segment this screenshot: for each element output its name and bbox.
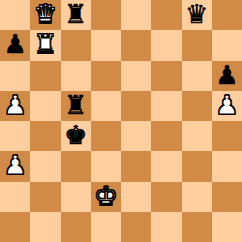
square-c1[interactable] xyxy=(61,212,91,242)
square-f6[interactable] xyxy=(151,61,181,91)
square-a8[interactable] xyxy=(0,0,30,30)
square-d2[interactable]: ♚ xyxy=(91,182,121,212)
square-g6[interactable] xyxy=(182,61,212,91)
square-h2[interactable] xyxy=(212,182,242,212)
square-a1[interactable] xyxy=(0,212,30,242)
square-f3[interactable] xyxy=(151,151,181,181)
piece-white-rook[interactable]: ♜ xyxy=(34,31,57,57)
square-b4[interactable] xyxy=(30,121,60,151)
square-d4[interactable] xyxy=(91,121,121,151)
square-f2[interactable] xyxy=(151,182,181,212)
square-h6[interactable]: ♟ xyxy=(212,61,242,91)
square-g4[interactable] xyxy=(182,121,212,151)
square-g2[interactable] xyxy=(182,182,212,212)
square-e2[interactable] xyxy=(121,182,151,212)
square-e8[interactable] xyxy=(121,0,151,30)
piece-white-queen[interactable]: ♛ xyxy=(34,1,57,27)
square-e7[interactable] xyxy=(121,30,151,60)
square-d1[interactable] xyxy=(91,212,121,242)
square-b3[interactable] xyxy=(30,151,60,181)
square-e4[interactable] xyxy=(121,121,151,151)
square-e5[interactable] xyxy=(121,91,151,121)
square-b7[interactable]: ♜ xyxy=(30,30,60,60)
piece-black-pawn[interactable]: ♟ xyxy=(215,62,238,88)
square-h7[interactable] xyxy=(212,30,242,60)
square-e6[interactable] xyxy=(121,61,151,91)
square-g3[interactable] xyxy=(182,151,212,181)
square-c5[interactable]: ♜ xyxy=(61,91,91,121)
square-g1[interactable] xyxy=(182,212,212,242)
square-b8[interactable]: ♛ xyxy=(30,0,60,30)
square-d3[interactable] xyxy=(91,151,121,181)
square-e3[interactable] xyxy=(121,151,151,181)
square-f7[interactable] xyxy=(151,30,181,60)
square-h4[interactable] xyxy=(212,121,242,151)
square-a3[interactable]: ♟ xyxy=(0,151,30,181)
square-e1[interactable] xyxy=(121,212,151,242)
piece-white-king[interactable]: ♚ xyxy=(94,183,117,209)
square-h1[interactable] xyxy=(212,212,242,242)
piece-black-rook[interactable]: ♜ xyxy=(64,1,87,27)
piece-white-pawn[interactable]: ♟ xyxy=(3,92,26,118)
square-d5[interactable] xyxy=(91,91,121,121)
square-h3[interactable] xyxy=(212,151,242,181)
square-c7[interactable] xyxy=(61,30,91,60)
square-g8[interactable]: ♛ xyxy=(182,0,212,30)
square-a4[interactable] xyxy=(0,121,30,151)
piece-black-king[interactable]: ♚ xyxy=(64,122,87,148)
square-f4[interactable] xyxy=(151,121,181,151)
piece-black-pawn[interactable]: ♟ xyxy=(3,31,26,57)
square-a5[interactable]: ♟ xyxy=(0,91,30,121)
square-b2[interactable] xyxy=(30,182,60,212)
square-b1[interactable] xyxy=(30,212,60,242)
square-b6[interactable] xyxy=(30,61,60,91)
piece-black-queen[interactable]: ♛ xyxy=(185,1,208,27)
square-a6[interactable] xyxy=(0,61,30,91)
square-a7[interactable]: ♟ xyxy=(0,30,30,60)
square-a2[interactable] xyxy=(0,182,30,212)
square-c6[interactable] xyxy=(61,61,91,91)
square-d7[interactable] xyxy=(91,30,121,60)
piece-white-pawn[interactable]: ♟ xyxy=(215,92,238,118)
square-f8[interactable] xyxy=(151,0,181,30)
square-c3[interactable] xyxy=(61,151,91,181)
chess-board-container: ♛♜♛♟♜♟♟♜♟♚♟♚ xyxy=(0,0,242,242)
square-c8[interactable]: ♜ xyxy=(61,0,91,30)
square-c4[interactable]: ♚ xyxy=(61,121,91,151)
square-f5[interactable] xyxy=(151,91,181,121)
square-d8[interactable] xyxy=(91,0,121,30)
square-g7[interactable] xyxy=(182,30,212,60)
chess-board: ♛♜♛♟♜♟♟♜♟♚♟♚ xyxy=(0,0,242,242)
square-b5[interactable] xyxy=(30,91,60,121)
square-g5[interactable] xyxy=(182,91,212,121)
square-h5[interactable]: ♟ xyxy=(212,91,242,121)
square-d6[interactable] xyxy=(91,61,121,91)
square-h8[interactable] xyxy=(212,0,242,30)
piece-white-pawn[interactable]: ♟ xyxy=(3,152,26,178)
piece-black-rook[interactable]: ♜ xyxy=(64,92,87,118)
square-f1[interactable] xyxy=(151,212,181,242)
square-c2[interactable] xyxy=(61,182,91,212)
